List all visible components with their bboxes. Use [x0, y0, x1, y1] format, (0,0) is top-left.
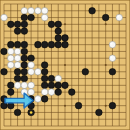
go-stone-white: [28, 7, 35, 14]
go-stone-white: [28, 82, 35, 89]
stone-highlight: [22, 9, 24, 11]
go-stone-black: [21, 48, 28, 55]
stone-highlight: [110, 43, 112, 45]
go-stone-white: [7, 55, 14, 62]
go-stone-black: [14, 28, 21, 35]
go-stone-black: [48, 82, 55, 89]
go-stone-black: [21, 14, 28, 21]
stone-highlight: [43, 90, 45, 92]
go-stone-white: [109, 41, 116, 48]
go-stone-black: [28, 14, 35, 21]
go-stone-black: [7, 41, 14, 48]
go-stone-black: [48, 41, 55, 48]
go-stone-black: [75, 102, 82, 109]
stone-highlight: [110, 56, 112, 58]
go-stone-black: [21, 21, 28, 28]
go-stone-white: [14, 48, 21, 55]
go-app-window: [0, 0, 130, 130]
last-move-marker: [30, 111, 33, 114]
go-stone-black: [14, 68, 21, 75]
stone-highlight: [29, 9, 31, 11]
stone-highlight: [43, 16, 45, 18]
go-stone-black: [68, 89, 75, 96]
go-stone-black: [41, 82, 48, 89]
go-stone-black: [48, 75, 55, 82]
stone-highlight: [16, 83, 18, 85]
go-stone-black: [55, 21, 62, 28]
go-stone-white: [14, 62, 21, 69]
go-stone-black: [48, 21, 55, 28]
go-stone-black: [7, 21, 14, 28]
go-stone-black: [55, 41, 62, 48]
stone-highlight: [29, 90, 31, 92]
stone-highlight: [36, 9, 38, 11]
go-stone-white: [35, 7, 42, 14]
go-stone-black: [21, 28, 28, 35]
go-stone-black: [109, 102, 116, 109]
stone-highlight: [22, 83, 24, 85]
go-stone-white: [1, 14, 8, 21]
go-stone-black: [55, 82, 62, 89]
go-stone-black: [41, 41, 48, 48]
stone-highlight: [29, 83, 31, 85]
star-point: [64, 64, 66, 66]
go-stone-white: [7, 48, 14, 55]
star-point: [105, 105, 107, 107]
stone-highlight: [9, 63, 11, 65]
stone-highlight: [49, 90, 51, 92]
stone-highlight: [2, 16, 4, 18]
go-stone-black: [55, 35, 62, 42]
go-stone-white: [14, 55, 21, 62]
go-stone-black: [14, 109, 21, 116]
go-stone-black: [96, 109, 103, 116]
go-stone-white: [21, 82, 28, 89]
go-stone-black: [7, 82, 14, 89]
go-stone-white: [109, 55, 116, 62]
go-stone-black: [82, 68, 89, 75]
stone-highlight: [16, 63, 18, 65]
go-stone-black: [35, 41, 42, 48]
go-stone-black: [41, 75, 48, 82]
go-stone-black: [28, 55, 35, 62]
go-stone-white: [41, 7, 48, 14]
go-stone-black: [109, 68, 116, 75]
go-stone-white: [41, 89, 48, 96]
go-stone-white: [28, 68, 35, 75]
go-stone-black: [62, 41, 69, 48]
stone-highlight: [117, 16, 119, 18]
go-stone-black: [7, 89, 14, 96]
stone-highlight: [29, 70, 31, 72]
go-stone-black: [21, 68, 28, 75]
go-stone-black: [21, 75, 28, 82]
go-stone-black: [21, 62, 28, 69]
stone-highlight: [29, 63, 31, 65]
go-stone-black: [21, 41, 28, 48]
star-point: [64, 105, 66, 107]
go-board[interactable]: [0, 0, 130, 130]
stone-highlight: [43, 9, 45, 11]
stone-highlight: [9, 49, 11, 51]
stone-highlight: [56, 77, 58, 79]
go-stone-black: [41, 62, 48, 69]
go-stone-white: [28, 89, 35, 96]
stone-highlight: [22, 90, 24, 92]
star-point: [105, 23, 107, 25]
go-stone-black: [1, 68, 8, 75]
go-stone-black: [62, 35, 69, 42]
go-stone-black: [102, 14, 109, 21]
go-stone-white: [48, 89, 55, 96]
go-stone-black: [14, 41, 21, 48]
stone-highlight: [16, 49, 18, 51]
star-point: [64, 23, 66, 25]
stone-highlight: [16, 56, 18, 58]
stone-highlight: [36, 97, 38, 99]
go-stone-white: [7, 62, 14, 69]
go-stone-black: [62, 82, 69, 89]
go-stone-black: [41, 68, 48, 75]
go-stone-black: [14, 21, 21, 28]
star-point: [105, 64, 107, 66]
go-stone-white: [35, 96, 42, 103]
go-stone-white: [14, 82, 21, 89]
go-stone-white: [21, 7, 28, 14]
go-stone-white: [35, 68, 42, 75]
go-stone-black: [41, 96, 48, 103]
go-stone-black: [55, 89, 62, 96]
go-stone-white: [55, 75, 62, 82]
go-stone-white: [41, 14, 48, 21]
go-stone-black: [14, 75, 21, 82]
go-stone-black: [89, 7, 96, 14]
go-stone-black: [1, 48, 8, 55]
go-stone-white: [116, 14, 123, 21]
go-stone-black: [55, 28, 62, 35]
stone-highlight: [36, 70, 38, 72]
stone-highlight: [9, 56, 11, 58]
go-stone-black: [21, 55, 28, 62]
go-stone-white: [28, 62, 35, 69]
